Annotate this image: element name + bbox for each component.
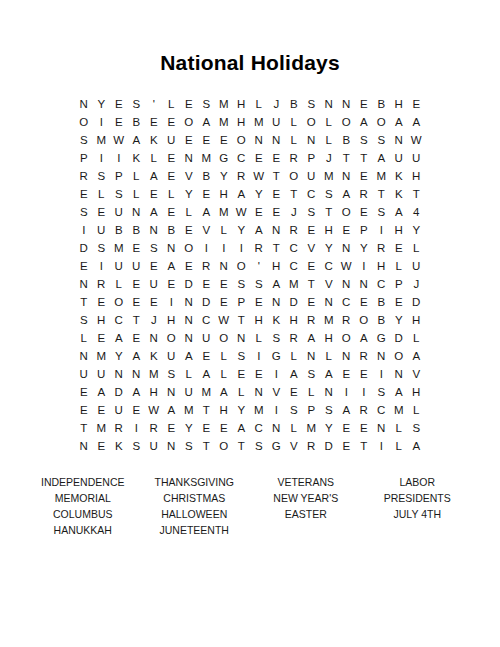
grid-cell[interactable]: O (75, 114, 93, 132)
grid-cell[interactable]: L (250, 96, 268, 114)
grid-cell[interactable]: S (408, 420, 426, 438)
grid-cell[interactable]: W (145, 402, 163, 420)
grid-cell[interactable]: ' (250, 258, 268, 276)
grid-cell[interactable]: M (198, 150, 216, 168)
grid-cell[interactable]: E (233, 366, 251, 384)
grid-cell[interactable]: L (215, 222, 233, 240)
grid-cell[interactable]: O (338, 204, 356, 222)
grid-cell[interactable]: H (93, 312, 111, 330)
grid-cell[interactable]: C (285, 240, 303, 258)
grid-cell[interactable]: N (145, 330, 163, 348)
grid-cell[interactable]: E (355, 204, 373, 222)
grid-cell[interactable]: N (75, 348, 93, 366)
grid-cell[interactable]: L (285, 348, 303, 366)
grid-cell[interactable]: I (75, 222, 93, 240)
grid-cell[interactable]: E (145, 294, 163, 312)
grid-cell[interactable]: H (320, 330, 338, 348)
grid-cell[interactable]: H (408, 384, 426, 402)
grid-cell[interactable]: C (338, 294, 356, 312)
grid-cell[interactable]: S (75, 204, 93, 222)
grid-cell[interactable]: R (145, 420, 163, 438)
grid-cell[interactable]: M (250, 402, 268, 420)
grid-cell[interactable]: S (303, 96, 321, 114)
grid-cell[interactable]: W (250, 168, 268, 186)
grid-cell[interactable]: N (303, 348, 321, 366)
grid-cell[interactable]: E (338, 438, 356, 456)
grid-cell[interactable]: N (320, 384, 338, 402)
grid-cell[interactable]: E (75, 186, 93, 204)
grid-cell[interactable]: G (373, 330, 391, 348)
grid-cell[interactable]: H (233, 96, 251, 114)
grid-cell[interactable]: O (338, 114, 356, 132)
grid-cell[interactable]: E (163, 150, 181, 168)
grid-cell[interactable]: N (268, 222, 286, 240)
grid-cell[interactable]: H (268, 258, 286, 276)
grid-cell[interactable]: N (390, 366, 408, 384)
grid-cell[interactable]: H (408, 168, 426, 186)
grid-cell[interactable]: E (110, 96, 128, 114)
grid-cell[interactable]: E (93, 294, 111, 312)
grid-cell[interactable]: C (285, 258, 303, 276)
grid-cell[interactable]: H (373, 258, 391, 276)
grid-cell[interactable]: S (303, 366, 321, 384)
grid-cell[interactable]: G (268, 438, 286, 456)
grid-cell[interactable]: A (163, 402, 181, 420)
grid-cell[interactable]: U (408, 258, 426, 276)
grid-cell[interactable]: L (163, 186, 181, 204)
grid-cell[interactable]: S (128, 96, 146, 114)
grid-cell[interactable]: I (215, 240, 233, 258)
grid-cell[interactable]: E (128, 276, 146, 294)
grid-cell[interactable]: K (268, 312, 286, 330)
grid-cell[interactable]: A (145, 204, 163, 222)
grid-cell[interactable]: N (128, 204, 146, 222)
grid-cell[interactable]: Y (110, 348, 128, 366)
grid-cell[interactable]: N (338, 96, 356, 114)
grid-cell[interactable]: N (75, 438, 93, 456)
grid-cell[interactable]: U (110, 402, 128, 420)
grid-cell[interactable]: A (338, 186, 356, 204)
grid-cell[interactable]: E (110, 114, 128, 132)
grid-cell[interactable]: N (250, 132, 268, 150)
grid-cell[interactable]: S (110, 186, 128, 204)
grid-cell[interactable]: V (285, 438, 303, 456)
grid-cell[interactable]: T (320, 204, 338, 222)
grid-cell[interactable]: L (180, 204, 198, 222)
grid-cell[interactable]: J (320, 150, 338, 168)
grid-cell[interactable]: P (110, 168, 128, 186)
grid-cell[interactable]: A (163, 258, 181, 276)
grid-cell[interactable]: T (233, 438, 251, 456)
grid-cell[interactable]: S (233, 276, 251, 294)
grid-cell[interactable]: H (250, 312, 268, 330)
grid-cell[interactable]: S (145, 240, 163, 258)
grid-cell[interactable]: K (128, 150, 146, 168)
grid-cell[interactable]: B (198, 168, 216, 186)
grid-cell[interactable]: H (215, 402, 233, 420)
grid-cell[interactable]: R (285, 222, 303, 240)
grid-cell[interactable]: I (355, 258, 373, 276)
grid-cell[interactable]: T (373, 186, 391, 204)
grid-cell[interactable]: L (285, 132, 303, 150)
grid-cell[interactable]: R (93, 276, 111, 294)
grid-cell[interactable]: Y (215, 168, 233, 186)
grid-cell[interactable]: T (198, 438, 216, 456)
grid-cell[interactable]: B (128, 222, 146, 240)
grid-cell[interactable]: O (163, 330, 181, 348)
grid-cell[interactable]: E (303, 222, 321, 240)
grid-cell[interactable]: E (93, 402, 111, 420)
grid-cell[interactable]: L (75, 330, 93, 348)
grid-cell[interactable]: O (215, 438, 233, 456)
grid-cell[interactable]: A (233, 186, 251, 204)
grid-cell[interactable]: P (303, 150, 321, 168)
grid-cell[interactable]: S (75, 312, 93, 330)
grid-cell[interactable]: U (408, 150, 426, 168)
grid-cell[interactable]: W (338, 258, 356, 276)
grid-cell[interactable]: O (233, 258, 251, 276)
grid-cell[interactable]: Y (320, 240, 338, 258)
grid-cell[interactable]: B (163, 222, 181, 240)
grid-cell[interactable]: T (75, 420, 93, 438)
grid-cell[interactable]: S (250, 438, 268, 456)
grid-cell[interactable]: E (268, 150, 286, 168)
grid-cell[interactable]: E (128, 402, 146, 420)
grid-cell[interactable]: E (215, 276, 233, 294)
grid-cell[interactable]: S (303, 204, 321, 222)
grid-cell[interactable]: M (93, 348, 111, 366)
grid-cell[interactable]: A (128, 384, 146, 402)
grid-cell[interactable]: H (390, 96, 408, 114)
grid-cell[interactable]: E (285, 384, 303, 402)
grid-cell[interactable]: M (215, 204, 233, 222)
grid-cell[interactable]: L (390, 258, 408, 276)
grid-cell[interactable]: R (355, 402, 373, 420)
grid-cell[interactable]: U (390, 150, 408, 168)
grid-cell[interactable]: N (110, 366, 128, 384)
grid-cell[interactable]: D (285, 294, 303, 312)
grid-cell[interactable]: Y (355, 240, 373, 258)
grid-cell[interactable]: J (285, 204, 303, 222)
grid-cell[interactable]: N (163, 438, 181, 456)
grid-cell[interactable]: A (198, 204, 216, 222)
grid-cell[interactable]: S (373, 204, 391, 222)
grid-cell[interactable]: K (145, 132, 163, 150)
grid-cell[interactable]: N (145, 222, 163, 240)
grid-cell[interactable]: A (390, 204, 408, 222)
grid-cell[interactable]: E (355, 366, 373, 384)
grid-cell[interactable]: A (198, 114, 216, 132)
grid-cell[interactable]: S (320, 402, 338, 420)
grid-cell[interactable]: L (320, 348, 338, 366)
grid-cell[interactable]: S (93, 168, 111, 186)
grid-cell[interactable]: A (408, 114, 426, 132)
grid-cell[interactable]: L (110, 276, 128, 294)
grid-cell[interactable]: E (215, 132, 233, 150)
grid-cell[interactable]: E (93, 204, 111, 222)
grid-cell[interactable]: E (128, 330, 146, 348)
grid-cell[interactable]: U (163, 132, 181, 150)
grid-cell[interactable]: A (320, 366, 338, 384)
grid-cell[interactable]: R (285, 150, 303, 168)
grid-cell[interactable]: E (250, 204, 268, 222)
grid-cell[interactable]: A (390, 114, 408, 132)
grid-cell[interactable]: V (408, 366, 426, 384)
grid-cell[interactable]: S (320, 186, 338, 204)
grid-cell[interactable]: D (320, 438, 338, 456)
grid-cell[interactable]: P (303, 402, 321, 420)
grid-cell[interactable]: A (128, 348, 146, 366)
grid-cell[interactable]: B (373, 294, 391, 312)
grid-cell[interactable]: C (110, 312, 128, 330)
grid-cell[interactable]: V (320, 276, 338, 294)
grid-cell[interactable]: L (163, 96, 181, 114)
grid-cell[interactable]: D (198, 294, 216, 312)
grid-cell[interactable]: E (338, 222, 356, 240)
grid-cell[interactable]: E (93, 330, 111, 348)
grid-cell[interactable]: I (110, 150, 128, 168)
grid-cell[interactable]: S (355, 132, 373, 150)
grid-cell[interactable]: M (93, 132, 111, 150)
grid-cell[interactable]: V (180, 168, 198, 186)
grid-cell[interactable]: U (110, 204, 128, 222)
grid-cell[interactable]: A (215, 384, 233, 402)
grid-cell[interactable]: A (338, 402, 356, 420)
grid-cell[interactable]: U (268, 114, 286, 132)
grid-cell[interactable]: H (320, 222, 338, 240)
grid-cell[interactable]: E (145, 114, 163, 132)
grid-cell[interactable]: ' (145, 96, 163, 114)
grid-cell[interactable]: B (128, 114, 146, 132)
grid-cell[interactable]: O (355, 312, 373, 330)
grid-cell[interactable]: T (198, 402, 216, 420)
grid-cell[interactable]: R (250, 240, 268, 258)
grid-cell[interactable]: V (198, 222, 216, 240)
grid-cell[interactable]: N (320, 96, 338, 114)
grid-cell[interactable]: H (145, 384, 163, 402)
grid-cell[interactable]: K (390, 168, 408, 186)
grid-cell[interactable]: I (233, 240, 251, 258)
grid-cell[interactable]: E (198, 186, 216, 204)
grid-cell[interactable]: S (128, 438, 146, 456)
grid-cell[interactable]: D (110, 384, 128, 402)
grid-cell[interactable]: A (408, 438, 426, 456)
grid-cell[interactable]: E (355, 420, 373, 438)
grid-cell[interactable]: O (110, 294, 128, 312)
grid-cell[interactable]: U (163, 348, 181, 366)
grid-cell[interactable]: A (355, 330, 373, 348)
grid-cell[interactable]: N (373, 348, 391, 366)
grid-cell[interactable]: R (285, 330, 303, 348)
grid-cell[interactable]: M (215, 96, 233, 114)
grid-cell[interactable]: E (145, 258, 163, 276)
grid-cell[interactable]: M (250, 114, 268, 132)
grid-cell[interactable]: E (408, 96, 426, 114)
grid-cell[interactable]: P (355, 222, 373, 240)
grid-cell[interactable]: M (390, 402, 408, 420)
grid-cell[interactable]: E (180, 222, 198, 240)
grid-cell[interactable]: O (180, 114, 198, 132)
grid-cell[interactable]: U (145, 438, 163, 456)
grid-cell[interactable]: T (285, 186, 303, 204)
grid-cell[interactable]: A (355, 114, 373, 132)
grid-cell[interactable]: E (198, 276, 216, 294)
grid-cell[interactable]: L (408, 240, 426, 258)
grid-cell[interactable]: A (110, 330, 128, 348)
grid-cell[interactable]: L (128, 186, 146, 204)
grid-cell[interactable]: E (390, 240, 408, 258)
grid-cell[interactable]: A (285, 366, 303, 384)
grid-cell[interactable]: E (128, 294, 146, 312)
grid-cell[interactable]: L (285, 420, 303, 438)
grid-cell[interactable]: E (198, 420, 216, 438)
grid-cell[interactable]: B (338, 132, 356, 150)
grid-cell[interactable]: R (338, 312, 356, 330)
grid-cell[interactable]: N (338, 240, 356, 258)
grid-cell[interactable]: R (233, 168, 251, 186)
grid-cell[interactable]: P (390, 276, 408, 294)
grid-cell[interactable]: N (373, 420, 391, 438)
grid-cell[interactable]: B (110, 222, 128, 240)
grid-cell[interactable]: T (128, 312, 146, 330)
grid-cell[interactable]: N (215, 258, 233, 276)
grid-cell[interactable]: E (163, 114, 181, 132)
grid-cell[interactable]: W (233, 204, 251, 222)
grid-cell[interactable]: I (268, 366, 286, 384)
grid-cell[interactable]: R (373, 240, 391, 258)
grid-cell[interactable]: N (338, 348, 356, 366)
grid-cell[interactable]: N (180, 150, 198, 168)
grid-cell[interactable]: S (285, 402, 303, 420)
grid-cell[interactable]: L (303, 384, 321, 402)
grid-cell[interactable]: N (180, 294, 198, 312)
grid-cell[interactable]: T (268, 240, 286, 258)
grid-cell[interactable]: E (75, 384, 93, 402)
grid-cell[interactable]: M (320, 168, 338, 186)
grid-cell[interactable]: C (320, 258, 338, 276)
grid-cell[interactable]: L (408, 330, 426, 348)
grid-cell[interactable]: L (128, 168, 146, 186)
grid-cell[interactable]: T (408, 186, 426, 204)
grid-cell[interactable]: E (75, 402, 93, 420)
grid-cell[interactable]: W (215, 312, 233, 330)
grid-cell[interactable]: W (110, 132, 128, 150)
grid-cell[interactable]: D (390, 330, 408, 348)
grid-cell[interactable]: I (93, 258, 111, 276)
grid-cell[interactable]: M (285, 276, 303, 294)
grid-cell[interactable]: E (338, 420, 356, 438)
grid-cell[interactable]: N (163, 240, 181, 258)
grid-cell[interactable]: E (163, 276, 181, 294)
grid-cell[interactable]: E (303, 294, 321, 312)
grid-cell[interactable]: L (233, 384, 251, 402)
grid-cell[interactable]: U (303, 168, 321, 186)
grid-cell[interactable]: M (93, 420, 111, 438)
grid-cell[interactable]: T (233, 312, 251, 330)
grid-cell[interactable]: E (215, 420, 233, 438)
grid-cell[interactable]: N (303, 132, 321, 150)
grid-cell[interactable]: T (75, 294, 93, 312)
grid-cell[interactable]: R (355, 348, 373, 366)
grid-cell[interactable]: O (180, 240, 198, 258)
grid-cell[interactable]: A (128, 132, 146, 150)
grid-cell[interactable]: R (355, 186, 373, 204)
grid-cell[interactable]: B (373, 96, 391, 114)
grid-cell[interactable]: U (180, 384, 198, 402)
grid-cell[interactable]: L (215, 366, 233, 384)
grid-cell[interactable]: O (390, 348, 408, 366)
grid-cell[interactable]: O (215, 330, 233, 348)
grid-cell[interactable]: Y (233, 402, 251, 420)
grid-cell[interactable]: N (320, 294, 338, 312)
grid-cell[interactable]: E (128, 240, 146, 258)
grid-cell[interactable]: C (373, 276, 391, 294)
grid-cell[interactable]: R (110, 420, 128, 438)
grid-cell[interactable]: A (303, 330, 321, 348)
grid-cell[interactable]: U (75, 366, 93, 384)
grid-cell[interactable]: A (145, 168, 163, 186)
grid-cell[interactable]: C (250, 420, 268, 438)
grid-cell[interactable]: P (75, 150, 93, 168)
grid-cell[interactable]: S (75, 132, 93, 150)
grid-cell[interactable]: L (93, 186, 111, 204)
grid-cell[interactable]: C (233, 150, 251, 168)
grid-cell[interactable]: O (233, 132, 251, 150)
grid-cell[interactable]: S (250, 276, 268, 294)
grid-cell[interactable]: M (373, 168, 391, 186)
grid-cell[interactable]: A (408, 348, 426, 366)
grid-cell[interactable]: I (93, 114, 111, 132)
grid-cell[interactable]: N (338, 276, 356, 294)
grid-cell[interactable]: E (250, 366, 268, 384)
grid-cell[interactable]: A (180, 348, 198, 366)
grid-cell[interactable]: N (163, 384, 181, 402)
grid-cell[interactable]: U (128, 258, 146, 276)
grid-cell[interactable]: P (233, 294, 251, 312)
grid-cell[interactable]: Y (408, 222, 426, 240)
grid-cell[interactable]: Y (233, 222, 251, 240)
grid-cell[interactable]: A (198, 366, 216, 384)
grid-cell[interactable]: S (373, 132, 391, 150)
grid-cell[interactable]: R (303, 438, 321, 456)
grid-cell[interactable]: N (233, 330, 251, 348)
grid-cell[interactable]: H (408, 312, 426, 330)
grid-cell[interactable]: L (145, 150, 163, 168)
grid-cell[interactable]: M (320, 312, 338, 330)
grid-cell[interactable]: N (250, 384, 268, 402)
grid-cell[interactable]: I (373, 222, 391, 240)
grid-cell[interactable]: L (408, 402, 426, 420)
grid-cell[interactable]: E (303, 258, 321, 276)
grid-cell[interactable]: D (75, 240, 93, 258)
grid-cell[interactable]: N (75, 276, 93, 294)
grid-cell[interactable]: E (163, 420, 181, 438)
grid-cell[interactable]: L (320, 114, 338, 132)
grid-cell[interactable]: Y (93, 96, 111, 114)
grid-cell[interactable]: C (198, 312, 216, 330)
grid-cell[interactable]: Y (180, 420, 198, 438)
grid-cell[interactable]: H (285, 312, 303, 330)
grid-cell[interactable]: M (198, 384, 216, 402)
grid-cell[interactable]: S (198, 96, 216, 114)
grid-cell[interactable]: O (285, 168, 303, 186)
grid-cell[interactable]: S (93, 240, 111, 258)
grid-cell[interactable]: J (268, 96, 286, 114)
grid-cell[interactable]: E (338, 366, 356, 384)
grid-cell[interactable]: U (93, 366, 111, 384)
grid-cell[interactable]: M (303, 420, 321, 438)
grid-cell[interactable]: D (180, 276, 198, 294)
